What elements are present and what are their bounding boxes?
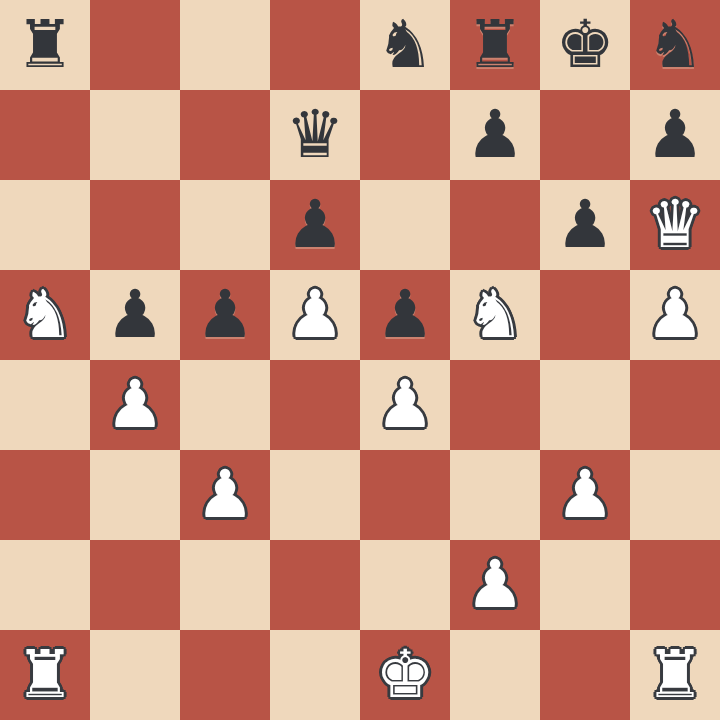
square-b6[interactable] <box>90 180 180 270</box>
square-g6[interactable]: ♟ <box>540 180 630 270</box>
square-g8[interactable]: ♚ <box>540 0 630 90</box>
square-h6[interactable]: ♛ <box>630 180 720 270</box>
white-rook[interactable]: ♜ <box>0 630 90 720</box>
black-knight[interactable]: ♞ <box>360 0 450 90</box>
black-pawn[interactable]: ♟ <box>90 270 180 360</box>
white-pawn[interactable]: ♟ <box>180 450 270 540</box>
square-g3[interactable]: ♟ <box>540 450 630 540</box>
black-pawn[interactable]: ♟ <box>630 90 720 180</box>
square-a7[interactable] <box>0 90 90 180</box>
black-pawn[interactable]: ♟ <box>360 270 450 360</box>
square-c6[interactable] <box>180 180 270 270</box>
square-e8[interactable]: ♞ <box>360 0 450 90</box>
square-e4[interactable]: ♟ <box>360 360 450 450</box>
square-f2[interactable]: ♟ <box>450 540 540 630</box>
black-pawn[interactable]: ♟ <box>540 180 630 270</box>
square-d4[interactable] <box>270 360 360 450</box>
black-pawn[interactable]: ♟ <box>180 270 270 360</box>
square-d1[interactable] <box>270 630 360 720</box>
square-a6[interactable] <box>0 180 90 270</box>
white-pawn[interactable]: ♟ <box>540 450 630 540</box>
black-rook[interactable]: ♜ <box>450 0 540 90</box>
white-queen[interactable]: ♛ <box>630 180 720 270</box>
square-a3[interactable] <box>0 450 90 540</box>
square-h7[interactable]: ♟ <box>630 90 720 180</box>
square-g4[interactable] <box>540 360 630 450</box>
black-king[interactable]: ♚ <box>540 0 630 90</box>
square-f7[interactable]: ♟ <box>450 90 540 180</box>
square-b5[interactable]: ♟ <box>90 270 180 360</box>
square-e2[interactable] <box>360 540 450 630</box>
chess-board: ♜♞♜♚♞♛♟♟♟♟♛♞♟♟♟♟♞♟♟♟♟♟♟♜♚♜ <box>0 0 720 720</box>
square-b2[interactable] <box>90 540 180 630</box>
white-rook[interactable]: ♜ <box>630 630 720 720</box>
black-knight[interactable]: ♞ <box>630 0 720 90</box>
square-b1[interactable] <box>90 630 180 720</box>
square-c5[interactable]: ♟ <box>180 270 270 360</box>
white-pawn[interactable]: ♟ <box>270 270 360 360</box>
square-h5[interactable]: ♟ <box>630 270 720 360</box>
square-d8[interactable] <box>270 0 360 90</box>
square-e3[interactable] <box>360 450 450 540</box>
black-pawn[interactable]: ♟ <box>270 180 360 270</box>
square-d5[interactable]: ♟ <box>270 270 360 360</box>
square-h3[interactable] <box>630 450 720 540</box>
square-b3[interactable] <box>90 450 180 540</box>
square-d2[interactable] <box>270 540 360 630</box>
square-a5[interactable]: ♞ <box>0 270 90 360</box>
square-b8[interactable] <box>90 0 180 90</box>
black-pawn[interactable]: ♟ <box>450 90 540 180</box>
black-rook[interactable]: ♜ <box>0 0 90 90</box>
square-a4[interactable] <box>0 360 90 450</box>
white-pawn[interactable]: ♟ <box>90 360 180 450</box>
square-d6[interactable]: ♟ <box>270 180 360 270</box>
white-pawn[interactable]: ♟ <box>450 540 540 630</box>
square-c4[interactable] <box>180 360 270 450</box>
square-f4[interactable] <box>450 360 540 450</box>
square-a8[interactable]: ♜ <box>0 0 90 90</box>
black-queen[interactable]: ♛ <box>270 90 360 180</box>
square-e7[interactable] <box>360 90 450 180</box>
square-a2[interactable] <box>0 540 90 630</box>
square-f6[interactable] <box>450 180 540 270</box>
square-c1[interactable] <box>180 630 270 720</box>
square-e5[interactable]: ♟ <box>360 270 450 360</box>
square-d3[interactable] <box>270 450 360 540</box>
square-f1[interactable] <box>450 630 540 720</box>
square-b4[interactable]: ♟ <box>90 360 180 450</box>
white-pawn[interactable]: ♟ <box>360 360 450 450</box>
square-f5[interactable]: ♞ <box>450 270 540 360</box>
white-king[interactable]: ♚ <box>360 630 450 720</box>
square-g1[interactable] <box>540 630 630 720</box>
square-c8[interactable] <box>180 0 270 90</box>
square-h2[interactable] <box>630 540 720 630</box>
square-h1[interactable]: ♜ <box>630 630 720 720</box>
square-d7[interactable]: ♛ <box>270 90 360 180</box>
square-a1[interactable]: ♜ <box>0 630 90 720</box>
square-e1[interactable]: ♚ <box>360 630 450 720</box>
square-g2[interactable] <box>540 540 630 630</box>
square-c2[interactable] <box>180 540 270 630</box>
white-knight[interactable]: ♞ <box>450 270 540 360</box>
square-h8[interactable]: ♞ <box>630 0 720 90</box>
square-c7[interactable] <box>180 90 270 180</box>
square-b7[interactable] <box>90 90 180 180</box>
white-pawn[interactable]: ♟ <box>630 270 720 360</box>
square-g5[interactable] <box>540 270 630 360</box>
square-g7[interactable] <box>540 90 630 180</box>
square-f8[interactable]: ♜ <box>450 0 540 90</box>
square-f3[interactable] <box>450 450 540 540</box>
white-knight[interactable]: ♞ <box>0 270 90 360</box>
square-c3[interactable]: ♟ <box>180 450 270 540</box>
square-h4[interactable] <box>630 360 720 450</box>
square-e6[interactable] <box>360 180 450 270</box>
